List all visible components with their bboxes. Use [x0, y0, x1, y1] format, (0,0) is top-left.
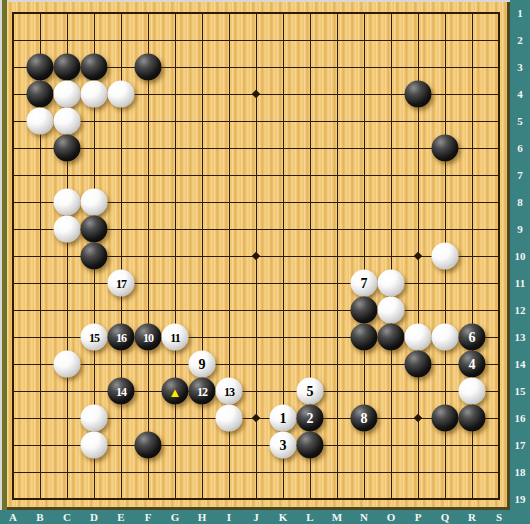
black-stone-D10[interactable]: [81, 243, 108, 270]
move-number: 1: [280, 411, 287, 426]
white-stone-C8[interactable]: [54, 189, 81, 216]
black-stone-L17[interactable]: [297, 432, 324, 459]
white-stone-H14[interactable]: 9: [189, 351, 216, 378]
move-number: 16: [116, 331, 126, 344]
black-stone-N12[interactable]: [351, 297, 378, 324]
row-label-13: 13: [515, 332, 526, 343]
column-label-H: H: [198, 512, 207, 523]
black-stone-D9[interactable]: [81, 216, 108, 243]
white-stone-P13[interactable]: [405, 324, 432, 351]
row-label-19: 19: [515, 494, 526, 505]
white-stone-D4[interactable]: [81, 81, 108, 108]
row-label-4: 4: [517, 89, 523, 100]
black-stone-L16[interactable]: 2: [297, 405, 324, 432]
column-label-Q: Q: [441, 512, 450, 523]
move-number: 10: [143, 331, 153, 344]
window-frame-top: [0, 0, 510, 2]
white-stone-E4[interactable]: [108, 81, 135, 108]
row-label-15: 15: [515, 386, 526, 397]
move-number: 13: [224, 385, 234, 398]
white-stone-Q10[interactable]: [432, 243, 459, 270]
black-stone-E15[interactable]: 14: [108, 378, 135, 405]
row-label-11: 11: [515, 278, 525, 289]
row-label-6: 6: [517, 143, 523, 154]
black-stone-P4[interactable]: [405, 81, 432, 108]
column-label-R: R: [468, 512, 476, 523]
black-stone-R16[interactable]: [459, 405, 486, 432]
black-stone-D3[interactable]: [81, 54, 108, 81]
white-stone-K17[interactable]: 3: [270, 432, 297, 459]
row-label-18: 18: [515, 467, 526, 478]
move-number: 12: [197, 385, 207, 398]
column-label-B: B: [36, 512, 43, 523]
white-stone-N11[interactable]: 7: [351, 270, 378, 297]
column-label-O: O: [387, 512, 396, 523]
black-stone-B3[interactable]: [27, 54, 54, 81]
white-stone-K16[interactable]: 1: [270, 405, 297, 432]
move-number: 7: [361, 276, 368, 291]
row-label-7: 7: [517, 170, 523, 181]
row-label-5: 5: [517, 116, 523, 127]
white-stone-I15[interactable]: 13: [216, 378, 243, 405]
column-label-E: E: [117, 512, 124, 523]
white-stone-O12[interactable]: [378, 297, 405, 324]
white-stone-E11[interactable]: 17: [108, 270, 135, 297]
move-number: 5: [307, 384, 314, 399]
white-stone-B5[interactable]: [27, 108, 54, 135]
black-stone-C6[interactable]: [54, 135, 81, 162]
row-label-14: 14: [515, 359, 526, 370]
white-stone-C5[interactable]: [54, 108, 81, 135]
black-stone-B4[interactable]: [27, 81, 54, 108]
white-stone-C4[interactable]: [54, 81, 81, 108]
move-number: 4: [469, 357, 476, 372]
black-stone-Q16[interactable]: [432, 405, 459, 432]
triangle-marker-icon: ▲: [169, 384, 182, 398]
move-number: 17: [116, 277, 126, 290]
black-stone-Q6[interactable]: [432, 135, 459, 162]
column-label-F: F: [145, 512, 152, 523]
white-stone-C14[interactable]: [54, 351, 81, 378]
column-label-P: P: [415, 512, 422, 523]
move-number: 2: [307, 411, 314, 426]
move-number: 3: [280, 438, 287, 453]
move-number: 11: [170, 331, 179, 344]
black-stone-H15[interactable]: 12: [189, 378, 216, 405]
black-stone-N16[interactable]: 8: [351, 405, 378, 432]
column-label-S: S: [496, 512, 502, 523]
move-number: 9: [199, 357, 206, 372]
column-label-N: N: [360, 512, 368, 523]
window-frame-left: [0, 0, 7, 510]
white-stone-L15[interactable]: 5: [297, 378, 324, 405]
row-label-16: 16: [515, 413, 526, 424]
black-stone-F17[interactable]: [135, 432, 162, 459]
black-stone-R14[interactable]: 4: [459, 351, 486, 378]
column-label-L: L: [306, 512, 313, 523]
white-stone-C9[interactable]: [54, 216, 81, 243]
column-label-M: M: [332, 512, 342, 523]
black-stone-G15[interactable]: ▲: [162, 378, 189, 405]
black-stone-R13[interactable]: 6: [459, 324, 486, 351]
row-label-17: 17: [515, 440, 526, 451]
white-stone-D16[interactable]: [81, 405, 108, 432]
row-label-12: 12: [515, 305, 526, 316]
column-label-G: G: [171, 512, 180, 523]
move-number: 6: [469, 330, 476, 345]
white-stone-D8[interactable]: [81, 189, 108, 216]
column-label-I: I: [227, 512, 231, 523]
column-label-K: K: [279, 512, 288, 523]
white-stone-O11[interactable]: [378, 270, 405, 297]
white-stone-I16[interactable]: [216, 405, 243, 432]
move-number: 14: [116, 385, 126, 398]
black-stone-O13[interactable]: [378, 324, 405, 351]
black-stone-F13[interactable]: 10: [135, 324, 162, 351]
column-label-J: J: [253, 512, 259, 523]
black-stone-C3[interactable]: [54, 54, 81, 81]
white-stone-D17[interactable]: [81, 432, 108, 459]
black-stone-E13[interactable]: 16: [108, 324, 135, 351]
row-label-2: 2: [517, 35, 523, 46]
black-stone-N13[interactable]: [351, 324, 378, 351]
white-stone-R15[interactable]: [459, 378, 486, 405]
column-label-D: D: [90, 512, 98, 523]
row-label-1: 1: [517, 8, 523, 19]
column-label-A: A: [9, 512, 17, 523]
move-number: 15: [89, 331, 99, 344]
column-label-C: C: [63, 512, 71, 523]
move-number: 8: [361, 411, 368, 426]
row-label-9: 9: [517, 224, 523, 235]
column-coordinates-strip: [0, 510, 530, 524]
row-label-10: 10: [515, 251, 526, 262]
black-stone-P14[interactable]: [405, 351, 432, 378]
row-label-3: 3: [517, 62, 523, 73]
go-diagram-window: 1771516101169414▲121351283ABCDEFGHIJKLMN…: [0, 0, 530, 524]
row-label-8: 8: [517, 197, 523, 208]
white-stone-D13[interactable]: 15: [81, 324, 108, 351]
white-stone-Q13[interactable]: [432, 324, 459, 351]
black-stone-F3[interactable]: [135, 54, 162, 81]
white-stone-G13[interactable]: 11: [162, 324, 189, 351]
